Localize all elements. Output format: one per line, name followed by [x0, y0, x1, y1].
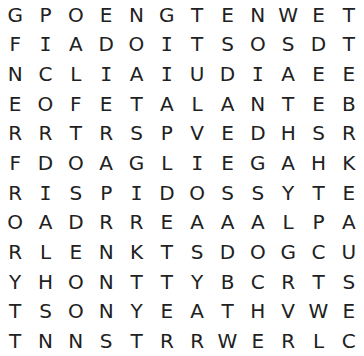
grid-cell-r2c5[interactable]: O — [121, 30, 151, 60]
grid-cell-r5c1[interactable]: R — [0, 119, 30, 149]
grid-cell-r6c3[interactable]: O — [61, 148, 91, 178]
grid-cell-r4c5[interactable]: T — [121, 89, 151, 119]
grid-cell-r9c8[interactable]: D — [212, 237, 242, 267]
grid-cell-r11c10[interactable]: V — [273, 297, 303, 327]
grid-cell-r2c7[interactable]: T — [182, 30, 212, 60]
grid-cell-r7c8[interactable]: S — [212, 178, 242, 208]
grid-cell-r11c12[interactable]: E — [334, 297, 364, 327]
grid-cell-r9c5[interactable]: K — [121, 237, 151, 267]
grid-cell-r3c1[interactable]: N — [0, 59, 30, 89]
grid-cell-r1c12[interactable]: T — [334, 0, 364, 30]
grid-cell-r1c4[interactable]: E — [91, 0, 121, 30]
grid-cell-r12c8[interactable]: W — [212, 326, 242, 356]
grid-cell-r1c9[interactable]: N — [243, 0, 273, 30]
grid-cell-r12c1[interactable]: T — [0, 326, 30, 356]
grid-cell-r11c1[interactable]: T — [0, 297, 30, 327]
grid-cell-r9c10[interactable]: G — [273, 237, 303, 267]
grid-cell-r5c10[interactable]: H — [273, 119, 303, 149]
grid-cell-r7c2[interactable]: I — [30, 178, 60, 208]
grid-cell-r3c7[interactable]: U — [182, 59, 212, 89]
grid-cell-r9c4[interactable]: N — [91, 237, 121, 267]
grid-cell-r6c12[interactable]: K — [334, 148, 364, 178]
grid-cell-r10c3[interactable]: O — [61, 267, 91, 297]
grid-cell-r11c11[interactable]: W — [303, 297, 333, 327]
grid-cell-r6c10[interactable]: A — [273, 148, 303, 178]
grid-cell-r9c1[interactable]: R — [0, 237, 30, 267]
grid-cell-r3c8[interactable]: D — [212, 59, 242, 89]
grid-cell-r7c12[interactable]: E — [334, 178, 364, 208]
grid-cell-r7c11[interactable]: T — [303, 178, 333, 208]
grid-cell-r7c5[interactable]: I — [121, 178, 151, 208]
grid-cell-r2c4[interactable]: D — [91, 30, 121, 60]
grid-cell-r1c11[interactable]: E — [303, 0, 333, 30]
grid-cell-r3c2[interactable]: C — [30, 59, 60, 89]
grid-cell-r8c2[interactable]: A — [30, 208, 60, 238]
grid-cell-r1c3[interactable]: O — [61, 0, 91, 30]
grid-cell-r12c3[interactable]: N — [61, 326, 91, 356]
grid-cell-r7c3[interactable]: S — [61, 178, 91, 208]
grid-cell-r4c7[interactable]: L — [182, 89, 212, 119]
grid-cell-r12c10[interactable]: R — [273, 326, 303, 356]
grid-cell-r11c9[interactable]: H — [243, 297, 273, 327]
grid-cell-r4c12[interactable]: B — [334, 89, 364, 119]
grid-cell-r2c6[interactable]: I — [152, 30, 182, 60]
grid-cell-r2c1[interactable]: F — [0, 30, 30, 60]
grid-cell-r3c3[interactable]: L — [61, 59, 91, 89]
grid-cell-r6c5[interactable]: G — [121, 148, 151, 178]
grid-cell-r11c7[interactable]: A — [182, 297, 212, 327]
grid-cell-r11c8[interactable]: T — [212, 297, 242, 327]
grid-cell-r10c7[interactable]: Y — [182, 267, 212, 297]
grid-cell-r10c11[interactable]: T — [303, 267, 333, 297]
grid-cell-r3c5[interactable]: A — [121, 59, 151, 89]
grid-cell-r3c12[interactable]: E — [334, 59, 364, 89]
grid-cell-r12c6[interactable]: R — [152, 326, 182, 356]
grid-cell-r4c2[interactable]: O — [30, 89, 60, 119]
grid-cell-r12c5[interactable]: T — [121, 326, 151, 356]
grid-cell-r5c2[interactable]: R — [30, 119, 60, 149]
grid-cell-r5c4[interactable]: R — [91, 119, 121, 149]
grid-cell-r1c7[interactable]: T — [182, 0, 212, 30]
grid-cell-r11c3[interactable]: O — [61, 297, 91, 327]
grid-cell-r10c5[interactable]: T — [121, 267, 151, 297]
grid-cell-r4c3[interactable]: F — [61, 89, 91, 119]
grid-cell-r1c8[interactable]: E — [212, 0, 242, 30]
grid-cell-r6c11[interactable]: H — [303, 148, 333, 178]
grid-cell-r10c9[interactable]: C — [243, 267, 273, 297]
grid-cell-r5c8[interactable]: E — [212, 119, 242, 149]
grid-cell-r5c9[interactable]: D — [243, 119, 273, 149]
grid-cell-r10c12[interactable]: S — [334, 267, 364, 297]
grid-cell-r8c5[interactable]: R — [121, 208, 151, 238]
grid-cell-r12c12[interactable]: C — [334, 326, 364, 356]
grid-cell-r2c11[interactable]: D — [303, 30, 333, 60]
grid-cell-r1c2[interactable]: P — [30, 0, 60, 30]
grid-cell-r8c4[interactable]: R — [91, 208, 121, 238]
grid-cell-r2c12[interactable]: T — [334, 30, 364, 60]
grid-cell-r5c5[interactable]: S — [121, 119, 151, 149]
grid-cell-r3c9[interactable]: I — [243, 59, 273, 89]
grid-cell-r4c8[interactable]: A — [212, 89, 242, 119]
grid-cell-r7c7[interactable]: O — [182, 178, 212, 208]
grid-cell-r5c7[interactable]: V — [182, 119, 212, 149]
grid-cell-r10c10[interactable]: R — [273, 267, 303, 297]
grid-cell-r3c4[interactable]: I — [91, 59, 121, 89]
grid-cell-r9c7[interactable]: S — [182, 237, 212, 267]
grid-cell-r7c10[interactable]: Y — [273, 178, 303, 208]
grid-cell-r10c8[interactable]: B — [212, 267, 242, 297]
grid-cell-r9c2[interactable]: L — [30, 237, 60, 267]
grid-cell-r10c2[interactable]: H — [30, 267, 60, 297]
grid-cell-r5c3[interactable]: T — [61, 119, 91, 149]
grid-cell-r9c9[interactable]: O — [243, 237, 273, 267]
grid-cell-r8c3[interactable]: D — [61, 208, 91, 238]
grid-cell-r2c8[interactable]: S — [212, 30, 242, 60]
grid-cell-r12c11[interactable]: L — [303, 326, 333, 356]
grid-cell-r12c9[interactable]: E — [243, 326, 273, 356]
grid-cell-r6c2[interactable]: D — [30, 148, 60, 178]
grid-cell-r12c7[interactable]: R — [182, 326, 212, 356]
grid-cell-r11c2[interactable]: S — [30, 297, 60, 327]
grid-cell-r12c4[interactable]: S — [91, 326, 121, 356]
grid-cell-r4c9[interactable]: N — [243, 89, 273, 119]
grid-cell-r4c11[interactable]: E — [303, 89, 333, 119]
grid-cell-r5c12[interactable]: R — [334, 119, 364, 149]
grid-cell-r11c5[interactable]: Y — [121, 297, 151, 327]
grid-cell-r4c4[interactable]: E — [91, 89, 121, 119]
grid-cell-r6c1[interactable]: F — [0, 148, 30, 178]
grid-cell-r2c2[interactable]: I — [30, 30, 60, 60]
grid-cell-r8c10[interactable]: L — [273, 208, 303, 238]
grid-cell-r4c10[interactable]: T — [273, 89, 303, 119]
grid-cell-r6c4[interactable]: A — [91, 148, 121, 178]
grid-cell-r10c4[interactable]: N — [91, 267, 121, 297]
grid-cell-r7c1[interactable]: R — [0, 178, 30, 208]
grid-cell-r2c3[interactable]: A — [61, 30, 91, 60]
grid-cell-r8c11[interactable]: P — [303, 208, 333, 238]
grid-cell-r10c6[interactable]: T — [152, 267, 182, 297]
grid-cell-r6c7[interactable]: I — [182, 148, 212, 178]
grid-cell-r1c10[interactable]: W — [273, 0, 303, 30]
grid-cell-r1c1[interactable]: G — [0, 0, 30, 30]
grid-cell-r6c9[interactable]: G — [243, 148, 273, 178]
grid-cell-r8c7[interactable]: A — [182, 208, 212, 238]
grid-cell-r11c4[interactable]: N — [91, 297, 121, 327]
grid-cell-r4c6[interactable]: A — [152, 89, 182, 119]
grid-cell-r1c6[interactable]: G — [152, 0, 182, 30]
grid-cell-r3c11[interactable]: E — [303, 59, 333, 89]
grid-cell-r8c6[interactable]: E — [152, 208, 182, 238]
grid-cell-r8c8[interactable]: A — [212, 208, 242, 238]
grid-cell-r5c6[interactable]: P — [152, 119, 182, 149]
grid-cell-r10c1[interactable]: Y — [0, 267, 30, 297]
word-search-grid: GPOENGTENWETFIADOITSOSDTNCLIAIUDIAEEEOFE… — [0, 0, 364, 356]
grid-cell-r9c12[interactable]: U — [334, 237, 364, 267]
grid-cell-r11c6[interactable]: E — [152, 297, 182, 327]
grid-cell-r8c9[interactable]: A — [243, 208, 273, 238]
grid-cell-r9c6[interactable]: T — [152, 237, 182, 267]
grid-cell-r7c9[interactable]: S — [243, 178, 273, 208]
grid-cell-r3c6[interactable]: I — [152, 59, 182, 89]
grid-cell-r9c11[interactable]: C — [303, 237, 333, 267]
grid-cell-r3c10[interactable]: A — [273, 59, 303, 89]
grid-cell-r2c9[interactable]: O — [243, 30, 273, 60]
grid-cell-r7c4[interactable]: P — [91, 178, 121, 208]
grid-cell-r6c8[interactable]: E — [212, 148, 242, 178]
grid-cell-r9c3[interactable]: E — [61, 237, 91, 267]
grid-cell-r1c5[interactable]: N — [121, 0, 151, 30]
grid-cell-r8c12[interactable]: A — [334, 208, 364, 238]
grid-cell-r7c6[interactable]: D — [152, 178, 182, 208]
grid-cell-r8c1[interactable]: O — [0, 208, 30, 238]
grid-cell-r4c1[interactable]: E — [0, 89, 30, 119]
grid-cell-r2c10[interactable]: S — [273, 30, 303, 60]
grid-cell-r5c11[interactable]: S — [303, 119, 333, 149]
grid-cell-r12c2[interactable]: N — [30, 326, 60, 356]
grid-cell-r6c6[interactable]: L — [152, 148, 182, 178]
